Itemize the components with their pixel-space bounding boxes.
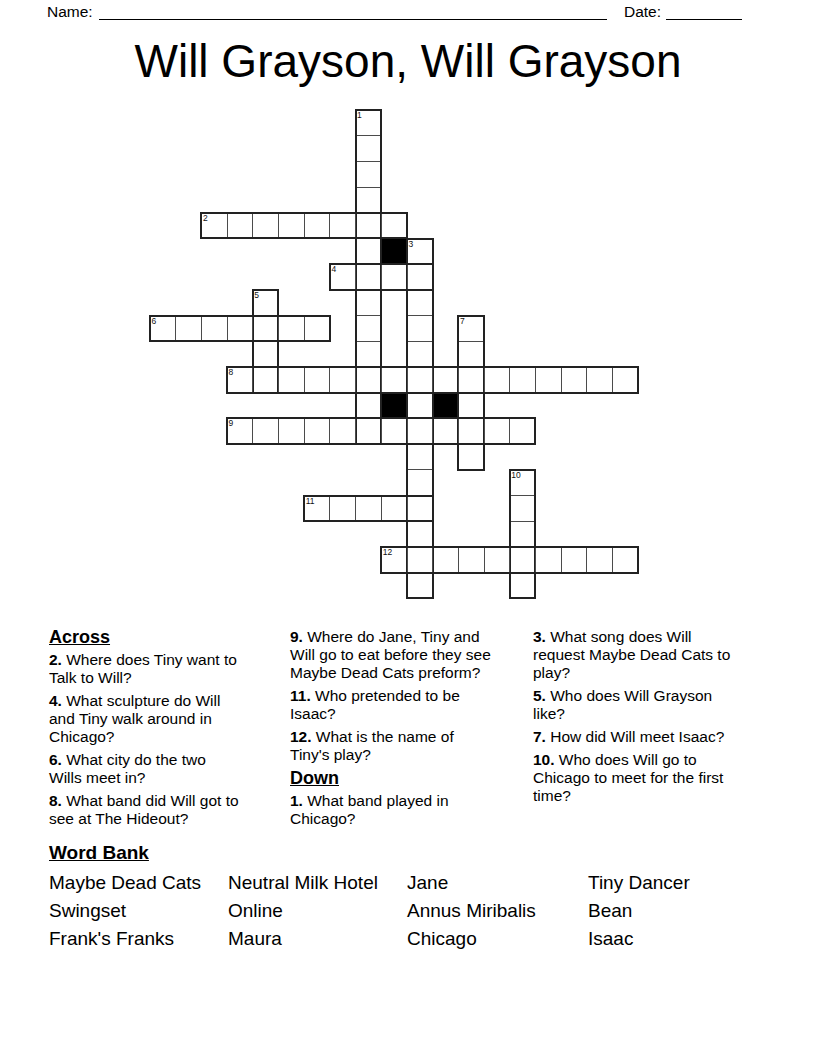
grid-cell[interactable] [484, 367, 510, 393]
clue-text: What is the name of Tiny's play? [290, 728, 454, 763]
grid-cell[interactable] [407, 470, 433, 496]
grid-cell[interactable] [561, 547, 587, 573]
clue-2: 2. Where does Tiny want to Talk to Will? [49, 651, 273, 687]
grid-cell[interactable] [356, 264, 382, 290]
grid-cell[interactable] [536, 547, 562, 573]
date-blank-line[interactable] [666, 19, 742, 20]
clue-8: 8. What band did Will got to see at The … [49, 792, 273, 828]
grid-cell[interactable] [356, 316, 382, 342]
grid-cell[interactable] [356, 290, 382, 316]
grid-cell[interactable] [356, 213, 382, 239]
grid-cell[interactable] [433, 367, 459, 393]
word-bank-entry: Chicago [407, 928, 588, 956]
grid-cell[interactable] [356, 161, 382, 187]
clue-text: Where do Jane, Tiny and Will go to eat b… [290, 628, 491, 681]
clue-heading-across: Across [49, 628, 273, 646]
clue-number-label: 11. [290, 687, 311, 704]
grid-cell[interactable] [381, 213, 407, 239]
grid-cell[interactable] [407, 547, 433, 573]
grid-cell[interactable] [356, 418, 382, 444]
clue-text: What sculpture do Will and Tiny walk aro… [49, 692, 220, 745]
clue-text: Who does Will Grayson like? [533, 687, 712, 722]
word-bank-entry: Swingset [49, 900, 228, 928]
grid-cell[interactable] [356, 136, 382, 162]
grid-cell[interactable] [458, 367, 484, 393]
word-bank: Word Bank Maybe Dead CatsNeutral Milk Ho… [49, 842, 769, 956]
grid-cell[interactable] [510, 496, 536, 522]
name-blank-line[interactable] [99, 19, 607, 20]
clue-text: How did Will meet Isaac? [546, 728, 724, 745]
grid-cell[interactable] [458, 444, 484, 470]
grid-cell[interactable] [510, 470, 536, 496]
grid-cell[interactable] [587, 547, 613, 573]
grid-cell[interactable] [356, 393, 382, 419]
grid-cell[interactable] [613, 367, 639, 393]
grid-cell[interactable] [176, 316, 202, 342]
clue-text: What song does Will request Maybe Dead C… [533, 628, 730, 681]
grid-cell[interactable] [304, 496, 330, 522]
grid-cell[interactable] [279, 213, 305, 239]
word-bank-entry: Isaac [588, 928, 758, 956]
grid-cell[interactable] [201, 316, 227, 342]
clue-5: 5. Who does Will Grayson like? [533, 687, 763, 723]
black-cell [381, 393, 407, 419]
word-bank-entry: Annus Miribalis [407, 900, 588, 928]
grid-cell[interactable] [227, 418, 253, 444]
grid-cell[interactable] [407, 418, 433, 444]
grid-cell[interactable] [587, 367, 613, 393]
grid-cell[interactable] [253, 213, 279, 239]
grid-cell[interactable] [407, 341, 433, 367]
grid-cell[interactable] [407, 393, 433, 419]
grid-cell[interactable] [227, 213, 253, 239]
black-cell [381, 239, 407, 265]
grid-cell[interactable] [407, 264, 433, 290]
grid-cell[interactable] [381, 547, 407, 573]
word-bank-entry: Maura [228, 928, 407, 956]
black-cell [433, 393, 459, 419]
grid-cell[interactable] [458, 418, 484, 444]
clue-text: Where does Tiny want to Talk to Will? [49, 651, 237, 686]
clue-number-label: 1. [290, 792, 303, 809]
date-label: Date: [624, 3, 661, 21]
grid-cell[interactable] [304, 213, 330, 239]
clue-number-label: 12. [290, 728, 312, 745]
clue-number-label: 9. [290, 628, 303, 645]
grid-cell[interactable] [304, 316, 330, 342]
word-bank-entry: Online [228, 900, 407, 928]
clue-4: 4. What sculpture do Will and Tiny walk … [49, 692, 273, 746]
grid-cell[interactable] [510, 521, 536, 547]
grid-cell[interactable] [330, 496, 356, 522]
grid-cell[interactable] [356, 496, 382, 522]
clue-3: 3. What song does Will request Maybe Dea… [533, 628, 763, 682]
grid-cell[interactable] [510, 418, 536, 444]
grid-cell[interactable] [484, 418, 510, 444]
grid-cell[interactable] [381, 418, 407, 444]
clue-number-label: 4. [49, 692, 62, 709]
grid-cell[interactable] [458, 316, 484, 342]
grid-cell[interactable] [330, 213, 356, 239]
clue-text: Who pretended to be Isaac? [290, 687, 460, 722]
grid-cell[interactable] [407, 367, 433, 393]
worksheet-page: Name: Date: Will Grayson, Will Grayson 1… [0, 0, 816, 1056]
word-bank-entry: Neutral Milk Hotel [228, 872, 407, 900]
grid-cell[interactable] [458, 547, 484, 573]
clue-number-label: 5. [533, 687, 546, 704]
grid-cell[interactable] [304, 418, 330, 444]
grid-cell[interactable] [407, 521, 433, 547]
grid-cell[interactable] [407, 496, 433, 522]
clue-6: 6. What city do the two Wills meet in? [49, 751, 273, 787]
grid-cell[interactable] [279, 316, 305, 342]
clue-text: Who does Will go to Chicago to meet for … [533, 751, 723, 804]
clue-number-label: 6. [49, 751, 62, 768]
grid-cell[interactable] [330, 264, 356, 290]
grid-cell[interactable] [279, 418, 305, 444]
word-bank-heading: Word Bank [49, 842, 769, 864]
grid-cell[interactable] [304, 367, 330, 393]
grid-cell[interactable] [356, 239, 382, 265]
name-label: Name: [47, 3, 93, 21]
clue-10: 10. Who does Will go to Chicago to meet … [533, 751, 763, 805]
clue-text: What city do the two Wills meet in? [49, 751, 206, 786]
grid-cell[interactable] [407, 573, 433, 599]
grid-cell[interactable] [253, 367, 279, 393]
word-bank-entry: Maybe Dead Cats [49, 872, 228, 900]
grid-cell[interactable] [356, 367, 382, 393]
grid-cell[interactable] [510, 547, 536, 573]
grid-cell[interactable] [253, 418, 279, 444]
grid-cell[interactable] [407, 316, 433, 342]
grid-cell[interactable] [613, 547, 639, 573]
clue-12: 12. What is the name of Tiny's play? [290, 728, 522, 764]
grid-cell[interactable] [458, 341, 484, 367]
grid-cell[interactable] [330, 367, 356, 393]
clue-text: What band did Will got to see at The Hid… [49, 792, 239, 827]
word-bank-entry: Jane [407, 872, 588, 900]
grid-cell[interactable] [433, 547, 459, 573]
clue-column-3: 3. What song does Will request Maybe Dea… [533, 628, 763, 810]
grid-cell[interactable] [201, 213, 227, 239]
grid-cell[interactable] [381, 496, 407, 522]
grid-cell[interactable] [433, 418, 459, 444]
grid-cell[interactable] [407, 290, 433, 316]
clue-7: 7. How did Will meet Isaac? [533, 728, 763, 746]
grid-cell[interactable] [381, 264, 407, 290]
grid-cell[interactable] [330, 418, 356, 444]
grid-cell[interactable] [227, 367, 253, 393]
grid-cell[interactable] [510, 573, 536, 599]
grid-cell[interactable] [150, 316, 176, 342]
grid-cell[interactable] [356, 341, 382, 367]
word-bank-entry: Bean [588, 900, 758, 928]
grid-cell[interactable] [484, 547, 510, 573]
grid-cell[interactable] [407, 239, 433, 265]
grid-cell[interactable] [279, 367, 305, 393]
grid-cell[interactable] [536, 367, 562, 393]
grid-cell[interactable] [253, 341, 279, 367]
grid-cell[interactable] [458, 393, 484, 419]
clue-1: 1. What band played in Chicago? [290, 792, 522, 828]
grid-cell[interactable] [227, 316, 253, 342]
grid-cell[interactable] [407, 444, 433, 470]
clue-11: 11. Who pretended to be Isaac? [290, 687, 522, 723]
clue-heading-down: Down [290, 769, 522, 787]
word-bank-entry: Frank's Franks [49, 928, 228, 956]
clue-number-label: 2. [49, 651, 62, 668]
clue-number-label: 7. [533, 728, 546, 745]
grid-cell[interactable] [356, 187, 382, 213]
page-title: Will Grayson, Will Grayson [0, 34, 816, 88]
grid-cell[interactable] [510, 367, 536, 393]
grid-cell[interactable] [253, 290, 279, 316]
grid-cell[interactable] [381, 367, 407, 393]
clue-9: 9. Where do Jane, Tiny and Will go to ea… [290, 628, 522, 682]
grid-cell[interactable] [356, 110, 382, 136]
grid-cell[interactable] [561, 367, 587, 393]
clue-number-label: 10. [533, 751, 555, 768]
grid-cell[interactable] [253, 316, 279, 342]
clue-column-2: 9. Where do Jane, Tiny and Will go to ea… [290, 628, 522, 833]
clue-column-1: Across2. Where does Tiny want to Talk to… [49, 628, 273, 833]
word-bank-grid: Maybe Dead CatsNeutral Milk HotelJaneTin… [49, 872, 769, 956]
word-bank-entry: Tiny Dancer [588, 872, 758, 900]
clue-number-label: 3. [533, 628, 546, 645]
clue-number-label: 8. [49, 792, 62, 809]
clue-text: What band played in Chicago? [290, 792, 449, 827]
